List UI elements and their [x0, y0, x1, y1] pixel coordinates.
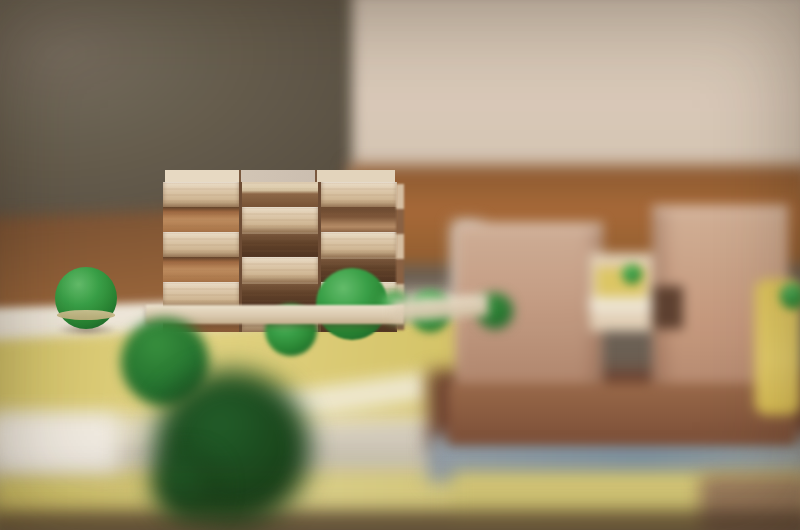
ball-tan-stripe: [57, 310, 115, 321]
green-ball-11: [154, 455, 218, 519]
green-ball-8: [55, 267, 117, 329]
photo-stage: [0, 0, 800, 530]
green-balls-front-layer: [0, 0, 800, 530]
